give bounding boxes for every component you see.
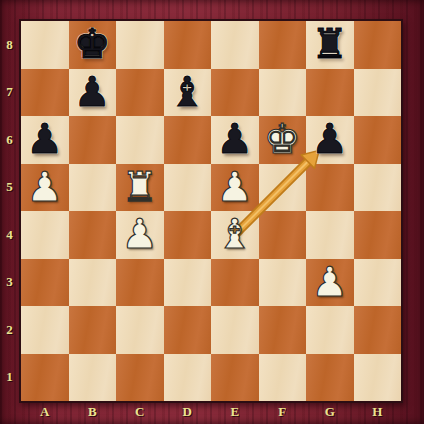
file-label-a: A — [21, 401, 69, 423]
piece-white-bishop-e4[interactable]: ♝ — [211, 211, 259, 259]
piece-black-pawn-e6[interactable]: ♟ — [211, 116, 259, 164]
file-label-c: C — [116, 401, 164, 423]
rank-label-4: 4 — [0, 211, 19, 259]
file-label-g: G — [306, 401, 354, 423]
piece-black-pawn-b7[interactable]: ♟ — [69, 69, 117, 117]
rank-label-2: 2 — [0, 306, 19, 354]
file-label-e: E — [211, 401, 259, 423]
rank-label-1: 1 — [0, 354, 19, 402]
board-wrapper: ♚♜♟♝♟♟♚♟♟♜♟♟♝♟ — [19, 19, 403, 403]
file-label-h: H — [354, 401, 402, 423]
chess-board-frame: 87654321 ABCDEFGH ♚♜♟♝♟♟♚♟♟♜♟♟♝♟ — [0, 0, 424, 424]
file-coordinate-labels: ABCDEFGH — [21, 401, 401, 424]
file-label-b: B — [69, 401, 117, 423]
piece-black-bishop-d7[interactable]: ♝ — [164, 69, 212, 117]
rank-label-3: 3 — [0, 259, 19, 307]
piece-white-pawn-g3[interactable]: ♟ — [306, 259, 354, 307]
file-label-f: F — [259, 401, 307, 423]
piece-black-pawn-g6[interactable]: ♟ — [306, 116, 354, 164]
piece-white-pawn-e5[interactable]: ♟ — [211, 164, 259, 212]
piece-black-king-b8[interactable]: ♚ — [69, 21, 117, 69]
piece-black-rook-g8[interactable]: ♜ — [306, 21, 354, 69]
piece-white-pawn-a5[interactable]: ♟ — [21, 164, 69, 212]
pieces-layer: ♚♜♟♝♟♟♚♟♟♜♟♟♝♟ — [21, 21, 401, 401]
rank-label-7: 7 — [0, 69, 19, 117]
piece-white-rook-c5[interactable]: ♜ — [116, 164, 164, 212]
rank-label-6: 6 — [0, 116, 19, 164]
piece-white-king-f6[interactable]: ♚ — [259, 116, 307, 164]
rank-label-8: 8 — [0, 21, 19, 69]
piece-white-pawn-c4[interactable]: ♟ — [116, 211, 164, 259]
file-label-d: D — [164, 401, 212, 423]
rank-coordinate-labels: 87654321 — [0, 19, 19, 403]
piece-black-pawn-a6[interactable]: ♟ — [21, 116, 69, 164]
rank-label-5: 5 — [0, 164, 19, 212]
